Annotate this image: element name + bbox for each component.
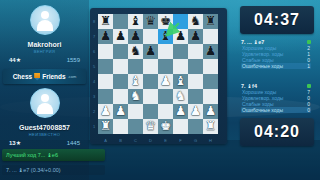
white-pawn-h2[interactable]: ♟ <box>203 104 218 119</box>
app-screen: Makrohori ВЕНГРИЯ 44★ 1559 Chess Friends… <box>0 0 320 180</box>
square-h8[interactable]: ♜ <box>203 14 218 29</box>
white-pawn-f2[interactable]: ♟ <box>173 104 188 119</box>
black-king-e8[interactable]: ♚ <box>158 14 173 29</box>
square-c8[interactable]: ♝ <box>128 14 143 29</box>
square-e3[interactable] <box>158 89 173 104</box>
square-b2[interactable]: ♟ <box>113 104 128 119</box>
good-move-badge-icon <box>307 84 311 88</box>
person-icon <box>41 11 49 19</box>
file-label-h: H <box>203 138 218 143</box>
square-f7[interactable]: ♟ <box>173 29 188 44</box>
logo-text-com: .com <box>68 74 77 79</box>
black-pawn-f7[interactable]: ♟ <box>173 29 188 44</box>
logo-text-chess: Chess <box>13 73 33 80</box>
person-icon <box>41 94 49 102</box>
square-h7[interactable] <box>203 29 218 44</box>
square-g2[interactable]: ♟ <box>188 104 203 119</box>
last-move-label-bottom: 7. ♝f4 <box>241 83 257 89</box>
square-b7[interactable]: ♟ <box>113 29 128 44</box>
file-label-a: A <box>98 138 113 143</box>
player-name-top[interactable]: Makrohori <box>0 41 89 48</box>
square-g4[interactable] <box>188 74 203 89</box>
white-rook-a1[interactable]: ♜ <box>98 119 113 134</box>
square-a7[interactable]: ♟ <box>98 29 113 44</box>
black-pawn-g7[interactable]: ♟ <box>188 29 203 44</box>
file-label-e: E <box>158 138 173 143</box>
rank-label-4: 4 <box>91 74 97 89</box>
black-pawn-h6[interactable]: ♟ <box>203 44 218 59</box>
square-g3[interactable] <box>188 89 203 104</box>
black-knight-g8[interactable]: ♞ <box>188 14 203 29</box>
square-f6[interactable] <box>173 44 188 59</box>
white-pawn-b2[interactable]: ♟ <box>113 104 128 119</box>
square-d3[interactable] <box>143 89 158 104</box>
square-a4[interactable] <box>98 74 113 89</box>
file-label-b: B <box>113 138 128 143</box>
player-rating-top: 1559 <box>67 57 80 63</box>
black-pawn-d6[interactable]: ♟ <box>143 44 158 59</box>
white-king-e1[interactable]: ♚ <box>158 119 173 134</box>
square-f3[interactable]: ♞ <box>173 89 188 104</box>
white-pawn-e4[interactable]: ♟ <box>158 74 173 89</box>
person-icon <box>37 20 53 31</box>
stat-row-errors[interactable]: Ошибочные ходы 0 <box>241 107 311 113</box>
avatar-top-player[interactable] <box>30 5 60 35</box>
white-bishop-f4[interactable]: ♝ <box>173 74 188 89</box>
square-d2[interactable] <box>143 104 158 119</box>
white-pawn-g2[interactable]: ♟ <box>188 104 203 119</box>
rank-label-3: 3 <box>91 89 97 104</box>
black-pawn-b7[interactable]: ♟ <box>113 29 128 44</box>
person-icon <box>37 103 53 114</box>
move-eval-line: 7. ... ♝e7 (0.34/+0.00) <box>2 165 105 175</box>
square-e5[interactable] <box>158 59 173 74</box>
square-h2[interactable]: ♟ <box>203 104 218 119</box>
stat-label: Ошибочные ходы <box>242 63 283 69</box>
square-b3[interactable] <box>113 89 128 104</box>
rank-label-1: 1 <box>91 119 97 134</box>
square-d8[interactable]: ♛ <box>143 14 158 29</box>
black-bishop-e7[interactable]: ♝ <box>158 29 173 44</box>
move-quality-panel-top: 7. ... ♝e7 Хорошие ходы 2 Удовлетвор. хо… <box>241 38 311 69</box>
player-stars-top: 44★ <box>9 56 21 63</box>
rank-label-5: 5 <box>91 59 97 74</box>
square-f2[interactable]: ♟ <box>173 104 188 119</box>
white-knight-f3[interactable]: ♞ <box>173 89 188 104</box>
white-queen-d1[interactable]: ♛ <box>143 119 158 134</box>
square-f8[interactable] <box>173 14 188 29</box>
logo-text-friends: Friends <box>42 73 65 80</box>
square-b5[interactable] <box>113 59 128 74</box>
square-c5[interactable] <box>128 59 143 74</box>
black-pawn-a7[interactable]: ♟ <box>98 29 113 44</box>
square-f4[interactable]: ♝ <box>173 74 188 89</box>
square-b6[interactable] <box>113 44 128 59</box>
square-h4[interactable] <box>203 74 218 89</box>
rank-label-8: 8 <box>91 14 97 29</box>
square-d4[interactable] <box>143 74 158 89</box>
square-g8[interactable]: ♞ <box>188 14 203 29</box>
black-rook-h8[interactable]: ♜ <box>203 14 218 29</box>
file-label-c: C <box>128 138 143 143</box>
square-d6[interactable]: ♟ <box>143 44 158 59</box>
white-pawn-a2[interactable]: ♟ <box>98 104 113 119</box>
square-a5[interactable] <box>98 59 113 74</box>
black-knight-c6[interactable]: ♞ <box>128 44 143 59</box>
clock-bottom-player: 04:20 <box>240 118 314 146</box>
square-e2[interactable] <box>158 104 173 119</box>
square-b8[interactable] <box>113 14 128 29</box>
player-card-top: Makrohori ВЕНГРИЯ 44★ 1559 <box>0 5 89 63</box>
player-name-bottom[interactable]: Guest47008857 <box>0 124 89 131</box>
board-frame: 87654321 ♜♝♛♚♞♜♟♟♟♝♟♟♞♟♟♝♟♝♞♞♟♟♟♟♟♜♛♚♜ A… <box>90 8 227 144</box>
stat-label: Ошибочные ходы <box>242 107 283 113</box>
square-d7[interactable] <box>143 29 158 44</box>
square-f1[interactable] <box>173 119 188 134</box>
black-pawn-c7[interactable]: ♟ <box>128 29 143 44</box>
square-d1[interactable]: ♛ <box>143 119 158 134</box>
rank-label-2: 2 <box>91 104 97 119</box>
square-c2[interactable] <box>128 104 143 119</box>
square-a6[interactable] <box>98 44 113 59</box>
clock-top-player: 04:37 <box>240 6 314 34</box>
square-a3[interactable] <box>98 89 113 104</box>
rank-labels: 87654321 <box>91 14 97 134</box>
player-stars-bottom: 13★ <box>9 139 21 146</box>
file-labels: ABCDEFGH <box>98 138 218 143</box>
black-rook-a8[interactable]: ♜ <box>98 14 113 29</box>
file-label-f: F <box>173 138 188 143</box>
square-f5[interactable] <box>173 59 188 74</box>
square-h3[interactable] <box>203 89 218 104</box>
last-move-label-top: 7. ... ♝e7 <box>241 39 264 45</box>
square-e8[interactable]: ♚ <box>158 14 173 29</box>
square-h6[interactable]: ♟ <box>203 44 218 59</box>
square-b4[interactable] <box>113 74 128 89</box>
square-d5[interactable] <box>143 59 158 74</box>
white-knight-c3[interactable]: ♞ <box>128 89 143 104</box>
square-b1[interactable] <box>113 119 128 134</box>
square-c1[interactable] <box>128 119 143 134</box>
shield-icon <box>34 73 40 81</box>
file-label-d: D <box>143 138 158 143</box>
square-e6[interactable] <box>158 44 173 59</box>
chessfriends-logo[interactable]: Chess Friends .com <box>3 69 86 84</box>
square-a1[interactable]: ♜ <box>98 119 113 134</box>
stat-value: 1 <box>307 63 310 69</box>
square-g6[interactable] <box>188 44 203 59</box>
square-c7[interactable]: ♟ <box>128 29 143 44</box>
square-c3[interactable]: ♞ <box>128 89 143 104</box>
white-rook-h1[interactable]: ♜ <box>203 119 218 134</box>
rank-label-7: 7 <box>91 29 97 44</box>
player-card-bottom: Guest47008857 НЕИЗВЕСТНО 13★ 1445 <box>0 88 89 146</box>
square-c4[interactable]: ♝ <box>128 74 143 89</box>
square-e1[interactable]: ♚ <box>158 119 173 134</box>
best-move-hint: Лучший ход 7... ♝e6 <box>2 149 105 161</box>
rank-label-6: 6 <box>91 44 97 59</box>
square-g1[interactable] <box>188 119 203 134</box>
file-label-g: G <box>188 138 203 143</box>
square-a8[interactable]: ♜ <box>98 14 113 29</box>
square-e7[interactable]: ♝ <box>158 29 173 44</box>
square-a2[interactable]: ♟ <box>98 104 113 119</box>
square-g7[interactable]: ♟ <box>188 29 203 44</box>
square-h1[interactable]: ♜ <box>203 119 218 134</box>
square-e4[interactable]: ♟ <box>158 74 173 89</box>
black-queen-d8[interactable]: ♛ <box>143 14 158 29</box>
stat-value: 0 <box>307 107 310 113</box>
white-bishop-c4[interactable]: ♝ <box>128 74 143 89</box>
black-bishop-c8[interactable]: ♝ <box>128 14 143 29</box>
avatar-bottom-player[interactable] <box>30 88 60 118</box>
square-g5[interactable] <box>188 59 203 74</box>
player-rating-bottom: 1445 <box>67 140 80 146</box>
move-quality-panel-bottom: 7. ♝f4 Хорошие ходы 7 Удовлетвор. ходы 0… <box>241 82 311 113</box>
stat-row-errors[interactable]: Ошибочные ходы 1 <box>241 63 311 69</box>
good-move-badge-icon <box>307 40 311 44</box>
square-h5[interactable] <box>203 59 218 74</box>
chess-board[interactable]: ♜♝♛♚♞♜♟♟♟♝♟♟♞♟♟♝♟♝♞♞♟♟♟♟♟♜♛♚♜ <box>98 14 218 134</box>
square-c6[interactable]: ♞ <box>128 44 143 59</box>
